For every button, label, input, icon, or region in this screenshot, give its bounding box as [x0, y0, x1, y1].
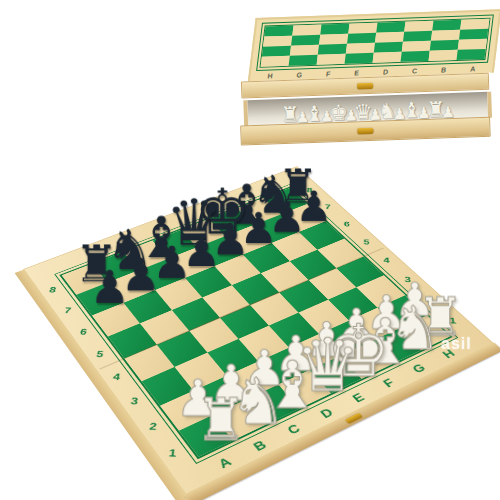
- box-lid: HGFEDCBA: [239, 10, 498, 99]
- lid-square: [373, 52, 402, 63]
- rank-label-5: 5: [363, 238, 369, 246]
- watermark: asil: [441, 335, 472, 353]
- rank-label-1: 1: [168, 447, 177, 459]
- rank-label-8: 8: [307, 187, 313, 194]
- board-green-border: ♜♞♝♛♚♝♞♜♟♟♟♟♟♟♟♟♟♟♟♟♟♟♟♟♜♞♝♛♚♝♞♜: [54, 184, 458, 464]
- board-wood-frame: 87654321 87654321 ABCDEFGH ♜♞♝♛♚♝♞♜♟♟♟♟♟…: [24, 167, 492, 494]
- box-lid-latch: [357, 82, 373, 89]
- lid-letter-e: E: [354, 69, 360, 76]
- rank-label-7: 7: [64, 306, 73, 316]
- lid-letter-f: F: [326, 70, 331, 77]
- box-lid-board-border: [256, 15, 494, 71]
- rank-label-3: 3: [130, 395, 139, 406]
- file-label-c: C: [284, 421, 303, 437]
- lid-letter-a: A: [470, 65, 476, 72]
- file-label-b: B: [250, 437, 269, 453]
- white-rook: ♜: [195, 394, 235, 448]
- black-pawn: ♟: [90, 266, 125, 308]
- lid-square: [345, 53, 374, 64]
- box-tray: ♜♟♝♟♚♟♛♟♞♟♝♟♜♟: [239, 92, 496, 146]
- rank-label-2: 2: [149, 420, 158, 432]
- lid-square: [289, 55, 318, 66]
- rank-label-4: 4: [384, 256, 391, 265]
- rank-label-7: 7: [325, 203, 331, 211]
- file-label-a: A: [215, 454, 234, 471]
- lid-letter-b: B: [441, 66, 447, 73]
- lid-square: [456, 49, 485, 60]
- lid-square: [401, 51, 430, 62]
- folded-box-inset: HGFEDCBA ♜♟♝♟♚♟♛♟♞♟♝♟♜♟: [240, 14, 496, 141]
- lid-square: [261, 56, 290, 67]
- rank-label-4: 4: [113, 372, 122, 383]
- lid-letter-g: G: [296, 71, 302, 78]
- lid-letter-h: H: [267, 72, 273, 79]
- rank-label-5: 5: [96, 349, 105, 359]
- lid-letter-c: C: [412, 67, 418, 74]
- lid-square: [317, 54, 346, 65]
- chess-board: 87654321 87654321 ABCDEFGH ♜♞♝♛♚♝♞♜♟♟♟♟♟…: [24, 167, 492, 494]
- rank-label-8: 8: [49, 285, 58, 294]
- lid-letter-d: D: [383, 68, 389, 75]
- box-lid-top: HGFEDCBA: [248, 9, 500, 81]
- lid-square: [429, 50, 458, 61]
- rank-label-6: 6: [79, 327, 88, 337]
- rank-label-6: 6: [344, 220, 350, 228]
- box-lid-checkerboard: [259, 18, 490, 68]
- box-tray-latch: [357, 128, 373, 135]
- board-hinge-latch: [345, 413, 363, 424]
